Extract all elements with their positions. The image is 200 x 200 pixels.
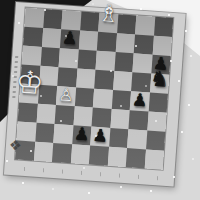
- square-c1[interactable]: [52, 143, 72, 163]
- square-a4[interactable]: ♔: [19, 84, 39, 104]
- black-pawn-d2[interactable]: ♟: [73, 125, 89, 143]
- corner-ornament-icon: ❖: [9, 138, 23, 153]
- square-b7[interactable]: [41, 28, 61, 48]
- square-d4[interactable]: [74, 87, 94, 107]
- black-knight-h5[interactable]: ♞: [150, 69, 170, 91]
- white-pawn-c4[interactable]: ♙: [58, 86, 74, 104]
- square-e7[interactable]: [97, 32, 117, 52]
- square-h1[interactable]: [144, 149, 164, 169]
- square-d2[interactable]: ♟: [72, 125, 92, 145]
- square-a7[interactable]: [23, 27, 43, 47]
- square-f4[interactable]: [111, 90, 131, 110]
- square-a8[interactable]: [24, 8, 44, 28]
- square-f7[interactable]: [115, 33, 135, 53]
- square-c2[interactable]: [53, 124, 73, 144]
- square-g2[interactable]: [127, 129, 147, 149]
- black-pawn-g4[interactable]: ♟: [131, 91, 147, 109]
- square-b1[interactable]: [33, 142, 53, 162]
- square-e8[interactable]: ♗: [98, 13, 118, 33]
- square-e1[interactable]: [89, 146, 109, 166]
- square-h2[interactable]: [146, 130, 166, 150]
- square-d5[interactable]: [76, 68, 96, 88]
- square-h3[interactable]: [147, 111, 167, 131]
- square-a3[interactable]: [18, 102, 38, 122]
- square-g7[interactable]: [134, 34, 154, 54]
- square-g4[interactable]: ♟: [130, 91, 150, 111]
- square-g6[interactable]: [132, 53, 152, 73]
- white-king-a4[interactable]: ♔: [15, 66, 45, 99]
- square-e4[interactable]: [93, 89, 113, 109]
- square-b3[interactable]: [36, 104, 56, 124]
- chess-board: ♗♟♟♞♔♙♟♟♟ ❖: [4, 2, 186, 186]
- square-c7[interactable]: ♟: [60, 29, 80, 49]
- bottom-coordinate-marks: [18, 167, 158, 181]
- square-c6[interactable]: [59, 48, 79, 68]
- square-e5[interactable]: [94, 70, 114, 90]
- square-f5[interactable]: [113, 71, 133, 91]
- square-h8[interactable]: [153, 17, 173, 37]
- white-bishop-e8[interactable]: ♗: [97, 1, 120, 26]
- square-e2[interactable]: ♟: [90, 127, 110, 147]
- square-h5[interactable]: ♞: [150, 74, 170, 94]
- square-g1[interactable]: [126, 148, 146, 168]
- square-f2[interactable]: [109, 128, 129, 148]
- board-grid: ♗♟♟♞♔♙♟♟♟: [15, 8, 173, 170]
- square-c3[interactable]: [55, 105, 75, 125]
- board-photo: ♗♟♟♞♔♙♟♟♟ ❖: [0, 0, 200, 200]
- black-pawn-e2[interactable]: ♟: [92, 127, 108, 145]
- square-d7[interactable]: [78, 31, 98, 51]
- square-c4[interactable]: ♙: [56, 86, 76, 106]
- square-e6[interactable]: [95, 51, 115, 71]
- square-f8[interactable]: [117, 14, 137, 34]
- square-h4[interactable]: [148, 93, 168, 113]
- black-pawn-c7[interactable]: ♟: [62, 29, 78, 47]
- square-f3[interactable]: [110, 109, 130, 129]
- square-g3[interactable]: [128, 110, 148, 130]
- square-d1[interactable]: [70, 144, 90, 164]
- square-b2[interactable]: [35, 123, 55, 143]
- square-g8[interactable]: [135, 15, 155, 35]
- square-d6[interactable]: [77, 49, 97, 69]
- square-f6[interactable]: [114, 52, 134, 72]
- square-b8[interactable]: [43, 9, 63, 29]
- square-f1[interactable]: [107, 147, 127, 167]
